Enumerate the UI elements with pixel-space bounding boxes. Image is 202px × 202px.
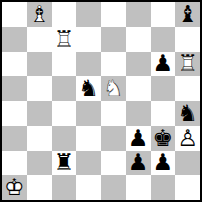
- square-e8[interactable]: [101, 2, 126, 27]
- square-e4[interactable]: [101, 101, 126, 126]
- white-king-a1: ♔: [2, 175, 27, 200]
- square-f8[interactable]: [126, 2, 151, 27]
- square-c6[interactable]: [52, 52, 77, 77]
- square-b2[interactable]: [27, 151, 52, 176]
- square-c7[interactable]: ♜♖: [52, 27, 77, 52]
- square-d7[interactable]: [76, 27, 101, 52]
- square-g7[interactable]: [151, 27, 176, 52]
- square-a4[interactable]: [2, 101, 27, 126]
- square-h7[interactable]: [175, 27, 200, 52]
- black-king-g3: ♚: [151, 126, 176, 151]
- square-a2[interactable]: [2, 151, 27, 176]
- black-pawn-g2: ♟: [151, 151, 176, 176]
- square-f7[interactable]: [126, 27, 151, 52]
- square-b1[interactable]: [27, 175, 52, 200]
- square-b7[interactable]: [27, 27, 52, 52]
- square-d3[interactable]: [76, 126, 101, 151]
- square-c8[interactable]: [52, 2, 77, 27]
- square-g2[interactable]: ♟: [151, 151, 176, 176]
- square-h2[interactable]: [175, 151, 200, 176]
- square-g6[interactable]: ♟: [151, 52, 176, 77]
- square-d2[interactable]: [76, 151, 101, 176]
- chess-board: ♝♗♝♜♖♟♜♖♞♞♘♞♟♚♟♙♜♟♟♚♔: [0, 0, 202, 202]
- square-c3[interactable]: [52, 126, 77, 151]
- white-bishop-b8: ♗: [27, 2, 52, 27]
- white-pawn-h3: ♙: [175, 126, 200, 151]
- square-f4[interactable]: [126, 101, 151, 126]
- square-d1[interactable]: [76, 175, 101, 200]
- square-e3[interactable]: [101, 126, 126, 151]
- square-g4[interactable]: [151, 101, 176, 126]
- square-f1[interactable]: [126, 175, 151, 200]
- square-f3[interactable]: ♟: [126, 126, 151, 151]
- square-c5[interactable]: [52, 76, 77, 101]
- square-a6[interactable]: [2, 52, 27, 77]
- black-knight-d5: ♞: [76, 76, 101, 101]
- square-f6[interactable]: [126, 52, 151, 77]
- square-a5[interactable]: [2, 76, 27, 101]
- black-bishop-h8: ♝: [175, 2, 200, 27]
- square-h5[interactable]: [175, 76, 200, 101]
- square-b5[interactable]: [27, 76, 52, 101]
- square-a7[interactable]: [2, 27, 27, 52]
- square-a1[interactable]: ♚♔: [2, 175, 27, 200]
- square-d8[interactable]: [76, 2, 101, 27]
- square-c1[interactable]: [52, 175, 77, 200]
- square-h6[interactable]: ♜♖: [175, 52, 200, 77]
- black-rook-c2: ♜: [52, 151, 77, 176]
- white-rook-c7: ♖: [52, 27, 77, 52]
- square-g5[interactable]: [151, 76, 176, 101]
- square-e7[interactable]: [101, 27, 126, 52]
- white-knight-e5-fill: ♞: [101, 76, 126, 101]
- square-g3[interactable]: ♚: [151, 126, 176, 151]
- square-e6[interactable]: [101, 52, 126, 77]
- square-h8[interactable]: ♝: [175, 2, 200, 27]
- square-b6[interactable]: [27, 52, 52, 77]
- square-b8[interactable]: ♝♗: [27, 2, 52, 27]
- white-rook-h6: ♖: [175, 52, 200, 77]
- square-d6[interactable]: [76, 52, 101, 77]
- black-pawn-f3: ♟: [126, 126, 151, 151]
- square-h4[interactable]: ♞: [175, 101, 200, 126]
- white-king-a1-fill: ♚: [2, 175, 27, 200]
- square-d4[interactable]: [76, 101, 101, 126]
- square-a8[interactable]: [2, 2, 27, 27]
- white-bishop-b8-fill: ♝: [27, 2, 52, 27]
- square-e2[interactable]: [101, 151, 126, 176]
- square-h1[interactable]: [175, 175, 200, 200]
- square-a3[interactable]: [2, 126, 27, 151]
- square-d5[interactable]: ♞: [76, 76, 101, 101]
- square-g1[interactable]: [151, 175, 176, 200]
- white-pawn-h3-fill: ♟: [175, 126, 200, 151]
- square-e5[interactable]: ♞♘: [101, 76, 126, 101]
- white-rook-c7-fill: ♜: [52, 27, 77, 52]
- square-g8[interactable]: [151, 2, 176, 27]
- square-b4[interactable]: [27, 101, 52, 126]
- square-c4[interactable]: [52, 101, 77, 126]
- square-b3[interactable]: [27, 126, 52, 151]
- square-h3[interactable]: ♟♙: [175, 126, 200, 151]
- black-pawn-g6: ♟: [151, 52, 176, 77]
- square-c2[interactable]: ♜: [52, 151, 77, 176]
- square-e1[interactable]: [101, 175, 126, 200]
- black-pawn-f2: ♟: [126, 151, 151, 176]
- white-rook-h6-fill: ♜: [175, 52, 200, 77]
- square-f5[interactable]: [126, 76, 151, 101]
- white-knight-e5: ♘: [101, 76, 126, 101]
- black-knight-h4: ♞: [175, 101, 200, 126]
- square-f2[interactable]: ♟: [126, 151, 151, 176]
